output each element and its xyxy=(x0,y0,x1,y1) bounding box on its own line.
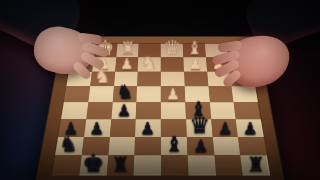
square-g8: ♚ xyxy=(79,155,108,175)
square-f1: ♜ xyxy=(116,44,139,57)
square-c3 xyxy=(184,71,208,86)
piece-black-pawn: ♟ xyxy=(187,138,213,155)
square-g6: ♟ xyxy=(84,119,111,137)
piece-black-pawn: ♟ xyxy=(135,120,161,137)
square-e1 xyxy=(138,44,160,57)
piece-white-pawn: ♟ xyxy=(115,56,138,71)
piece-white-bishop: ♝ xyxy=(183,40,205,58)
square-h4 xyxy=(64,86,90,102)
square-c8 xyxy=(187,155,215,175)
square-c2: ♟ xyxy=(183,57,207,71)
square-f5: ♟ xyxy=(111,102,137,119)
square-e6: ♟ xyxy=(135,119,161,137)
square-d7: ♝ xyxy=(161,137,188,156)
piece-black-pawn: ♟ xyxy=(84,120,110,137)
square-f6 xyxy=(110,119,136,137)
square-h6: ♟ xyxy=(58,119,86,137)
piece-white-pawn: ♟ xyxy=(184,56,207,71)
square-a7 xyxy=(238,137,267,156)
square-f3 xyxy=(114,71,138,86)
square-g3: ♞ xyxy=(90,71,115,86)
square-h8 xyxy=(52,155,82,175)
square-b6: ♟ xyxy=(211,119,238,137)
piece-black-rook: ♜ xyxy=(107,155,134,176)
square-d6 xyxy=(161,119,187,137)
square-c7: ♟ xyxy=(187,137,214,156)
piece-white-queen: ♛ xyxy=(161,37,183,57)
square-e7 xyxy=(134,137,160,156)
square-e2: ♞ xyxy=(138,57,161,71)
piece-black-knight: ♞ xyxy=(55,134,81,155)
square-b7 xyxy=(212,137,240,156)
square-b4 xyxy=(208,86,234,102)
scene: ♚♜♛♝♜♟♟♟♞♟♟♟♞♞♟♟♝♟♟♟♛♟♟♞♝♟♚♜♜ xyxy=(0,0,320,180)
square-f2: ♟ xyxy=(115,57,139,71)
piece-black-rook: ♜ xyxy=(243,155,270,176)
square-d8 xyxy=(161,155,188,175)
piece-white-knight: ♞ xyxy=(90,68,114,87)
square-a5 xyxy=(234,102,261,119)
square-h5 xyxy=(61,102,88,119)
square-d2 xyxy=(161,57,184,71)
square-a8: ♜ xyxy=(240,155,270,175)
piece-black-pawn: ♟ xyxy=(212,120,238,137)
square-c5: ♝ xyxy=(185,102,211,119)
square-e8 xyxy=(134,155,161,175)
piece-white-rook: ♜ xyxy=(116,40,138,57)
piece-black-pawn: ♟ xyxy=(238,120,264,137)
piece-black-knight: ♞ xyxy=(112,83,136,102)
square-f4: ♞ xyxy=(112,86,137,102)
piece-black-bishop: ♝ xyxy=(161,134,187,155)
square-a4 xyxy=(232,86,258,102)
square-d5 xyxy=(161,102,186,119)
square-b5 xyxy=(209,102,235,119)
square-f8: ♜ xyxy=(106,155,134,175)
square-c1: ♝ xyxy=(183,44,206,57)
square-f7 xyxy=(108,137,135,156)
square-d1: ♛ xyxy=(161,44,183,57)
piece-black-pawn: ♟ xyxy=(111,103,136,119)
square-c6: ♛ xyxy=(186,119,212,137)
square-e3 xyxy=(137,71,161,86)
square-c4 xyxy=(184,86,209,102)
square-d4: ♟ xyxy=(161,86,185,102)
square-a6: ♟ xyxy=(236,119,264,137)
square-d3 xyxy=(161,71,185,86)
square-e5 xyxy=(136,102,161,119)
square-e4 xyxy=(137,86,161,102)
square-h7: ♞ xyxy=(55,137,84,156)
piece-white-pawn: ♟ xyxy=(161,86,185,102)
square-b8 xyxy=(214,155,243,175)
piece-black-bishop: ♝ xyxy=(186,99,211,119)
square-g7 xyxy=(82,137,110,156)
piece-black-pawn: ♟ xyxy=(58,120,84,137)
square-g4 xyxy=(88,86,114,102)
square-g5 xyxy=(86,102,112,119)
